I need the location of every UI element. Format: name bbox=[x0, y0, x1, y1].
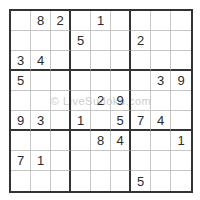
sudoku-cell-r2c9[interactable] bbox=[171, 31, 191, 51]
sudoku-cell-r4c9[interactable]: 9 bbox=[171, 71, 191, 91]
sudoku-cell-r4c3[interactable] bbox=[51, 71, 71, 91]
given-digit: 1 bbox=[77, 114, 84, 127]
sudoku-cell-r1c1[interactable] bbox=[11, 11, 31, 31]
given-digit: 3 bbox=[157, 74, 164, 87]
sudoku-cell-r2c4[interactable]: 5 bbox=[71, 31, 91, 51]
sudoku-cell-r7c1[interactable] bbox=[11, 131, 31, 151]
sudoku-cell-r9c8[interactable] bbox=[151, 171, 171, 191]
given-digit: 1 bbox=[37, 154, 44, 167]
sudoku-cell-r2c8[interactable] bbox=[151, 31, 171, 51]
sudoku-cell-r6c5[interactable] bbox=[91, 111, 111, 131]
sudoku-cell-r1c8[interactable] bbox=[151, 11, 171, 31]
sudoku-cell-r5c6[interactable]: 9 bbox=[111, 91, 131, 111]
sudoku-cell-r1c6[interactable] bbox=[111, 11, 131, 31]
sudoku-cell-r2c6[interactable] bbox=[111, 31, 131, 51]
given-digit: 3 bbox=[17, 54, 24, 67]
sudoku-cell-r4c4[interactable] bbox=[71, 71, 91, 91]
given-digit: 5 bbox=[77, 34, 84, 47]
sudoku-cell-r4c5[interactable] bbox=[91, 71, 111, 91]
sudoku-cell-r3c1[interactable]: 3 bbox=[11, 51, 31, 71]
sudoku-cell-r5c2[interactable] bbox=[31, 91, 51, 111]
sudoku-cell-r8c2[interactable]: 1 bbox=[31, 151, 51, 171]
sudoku-cell-r3c8[interactable] bbox=[151, 51, 171, 71]
sudoku-cell-r5c8[interactable] bbox=[151, 91, 171, 111]
sudoku-cell-r6c4[interactable]: 1 bbox=[71, 111, 91, 131]
given-digit: 8 bbox=[97, 134, 104, 147]
sudoku-cell-r6c1[interactable]: 9 bbox=[11, 111, 31, 131]
sudoku-cell-r7c6[interactable]: 4 bbox=[111, 131, 131, 151]
given-digit: 8 bbox=[37, 14, 44, 27]
given-digit: 4 bbox=[116, 134, 123, 147]
sudoku-cell-r6c3[interactable] bbox=[51, 111, 71, 131]
sudoku-cell-r7c2[interactable] bbox=[31, 131, 51, 151]
sudoku-cell-r5c7[interactable] bbox=[131, 91, 151, 111]
given-digit: 2 bbox=[97, 94, 104, 107]
sudoku-cell-r9c6[interactable] bbox=[111, 171, 131, 191]
sudoku-cell-r8c7[interactable] bbox=[131, 151, 151, 171]
sudoku-cell-r7c5[interactable]: 8 bbox=[91, 131, 111, 151]
sudoku-cell-r3c6[interactable] bbox=[111, 51, 131, 71]
sudoku-cell-r4c2[interactable] bbox=[31, 71, 51, 91]
sudoku-cell-r4c8[interactable]: 3 bbox=[151, 71, 171, 91]
sudoku-cell-r3c2[interactable]: 4 bbox=[31, 51, 51, 71]
sudoku-cell-r8c5[interactable] bbox=[91, 151, 111, 171]
sudoku-cell-r2c1[interactable] bbox=[11, 31, 31, 51]
sudoku-cell-r3c9[interactable] bbox=[171, 51, 191, 71]
given-digit: 2 bbox=[56, 14, 63, 27]
sudoku-cell-r8c9[interactable] bbox=[171, 151, 191, 171]
sudoku-cell-r9c5[interactable] bbox=[91, 171, 111, 191]
sudoku-board: © LiveSudoku.com 82152345392993157484171… bbox=[9, 9, 193, 193]
sudoku-cell-r1c2[interactable]: 8 bbox=[31, 11, 51, 31]
given-digit: 2 bbox=[137, 34, 144, 47]
sudoku-cell-r9c1[interactable] bbox=[11, 171, 31, 191]
sudoku-cell-r4c7[interactable] bbox=[131, 71, 151, 91]
given-digit: 1 bbox=[177, 134, 184, 147]
sudoku-cell-r2c3[interactable] bbox=[51, 31, 71, 51]
sudoku-cell-r6c9[interactable] bbox=[171, 111, 191, 131]
sudoku-cell-r4c6[interactable] bbox=[111, 71, 131, 91]
sudoku-cell-r1c7[interactable] bbox=[131, 11, 151, 31]
sudoku-cell-r3c5[interactable] bbox=[91, 51, 111, 71]
given-digit: 5 bbox=[137, 175, 144, 188]
sudoku-cell-r9c9[interactable] bbox=[171, 171, 191, 191]
sudoku-cell-r5c1[interactable] bbox=[11, 91, 31, 111]
given-digit: 5 bbox=[17, 74, 24, 87]
sudoku-cell-r6c2[interactable]: 3 bbox=[31, 111, 51, 131]
sudoku-cell-r2c2[interactable] bbox=[31, 31, 51, 51]
sudoku-cell-r7c7[interactable] bbox=[131, 131, 151, 151]
given-digit: 9 bbox=[17, 114, 24, 127]
sudoku-cell-r7c4[interactable] bbox=[71, 131, 91, 151]
sudoku-cell-r6c7[interactable]: 7 bbox=[131, 111, 151, 131]
sudoku-cell-r7c9[interactable]: 1 bbox=[171, 131, 191, 151]
given-digit: 7 bbox=[17, 154, 24, 167]
sudoku-cell-r9c3[interactable] bbox=[51, 171, 71, 191]
sudoku-cell-r7c8[interactable] bbox=[151, 131, 171, 151]
sudoku-cell-r7c3[interactable] bbox=[51, 131, 71, 151]
given-digit: 9 bbox=[177, 74, 184, 87]
sudoku-cell-r5c9[interactable] bbox=[171, 91, 191, 111]
given-digit: 3 bbox=[37, 114, 44, 127]
given-digit: 9 bbox=[116, 94, 123, 107]
sudoku-cell-r1c9[interactable] bbox=[171, 11, 191, 31]
given-digit: 4 bbox=[157, 114, 164, 127]
sudoku-cell-r9c7[interactable]: 5 bbox=[131, 171, 151, 191]
sudoku-cell-r8c3[interactable] bbox=[51, 151, 71, 171]
sudoku-cell-r1c4[interactable] bbox=[71, 11, 91, 31]
sudoku-cell-r3c4[interactable] bbox=[71, 51, 91, 71]
sudoku-cell-r9c4[interactable] bbox=[71, 171, 91, 191]
given-digit: 5 bbox=[116, 114, 123, 127]
sudoku-cell-r5c5[interactable]: 2 bbox=[91, 91, 111, 111]
given-digit: 7 bbox=[137, 114, 144, 127]
sudoku-cell-r9c2[interactable] bbox=[31, 171, 51, 191]
sudoku-cell-r5c3[interactable] bbox=[51, 91, 71, 111]
sudoku-cell-r1c5[interactable]: 1 bbox=[91, 11, 111, 31]
sudoku-cell-r1c3[interactable]: 2 bbox=[51, 11, 71, 31]
sudoku-cell-r3c7[interactable] bbox=[131, 51, 151, 71]
given-digit: 1 bbox=[97, 14, 104, 27]
sudoku-cell-r6c6[interactable]: 5 bbox=[111, 111, 131, 131]
given-digit: 4 bbox=[37, 54, 44, 67]
sudoku-cell-r2c7[interactable]: 2 bbox=[131, 31, 151, 51]
sudoku-cell-r8c1[interactable]: 7 bbox=[11, 151, 31, 171]
sudoku-cell-r6c8[interactable]: 4 bbox=[151, 111, 171, 131]
sudoku-cell-r4c1[interactable]: 5 bbox=[11, 71, 31, 91]
sudoku-cell-r2c5[interactable] bbox=[91, 31, 111, 51]
sudoku-cell-r8c8[interactable] bbox=[151, 151, 171, 171]
sudoku-cell-r8c6[interactable] bbox=[111, 151, 131, 171]
sudoku-cell-r3c3[interactable] bbox=[51, 51, 71, 71]
sudoku-cell-r5c4[interactable] bbox=[71, 91, 91, 111]
sudoku-cell-r8c4[interactable] bbox=[71, 151, 91, 171]
